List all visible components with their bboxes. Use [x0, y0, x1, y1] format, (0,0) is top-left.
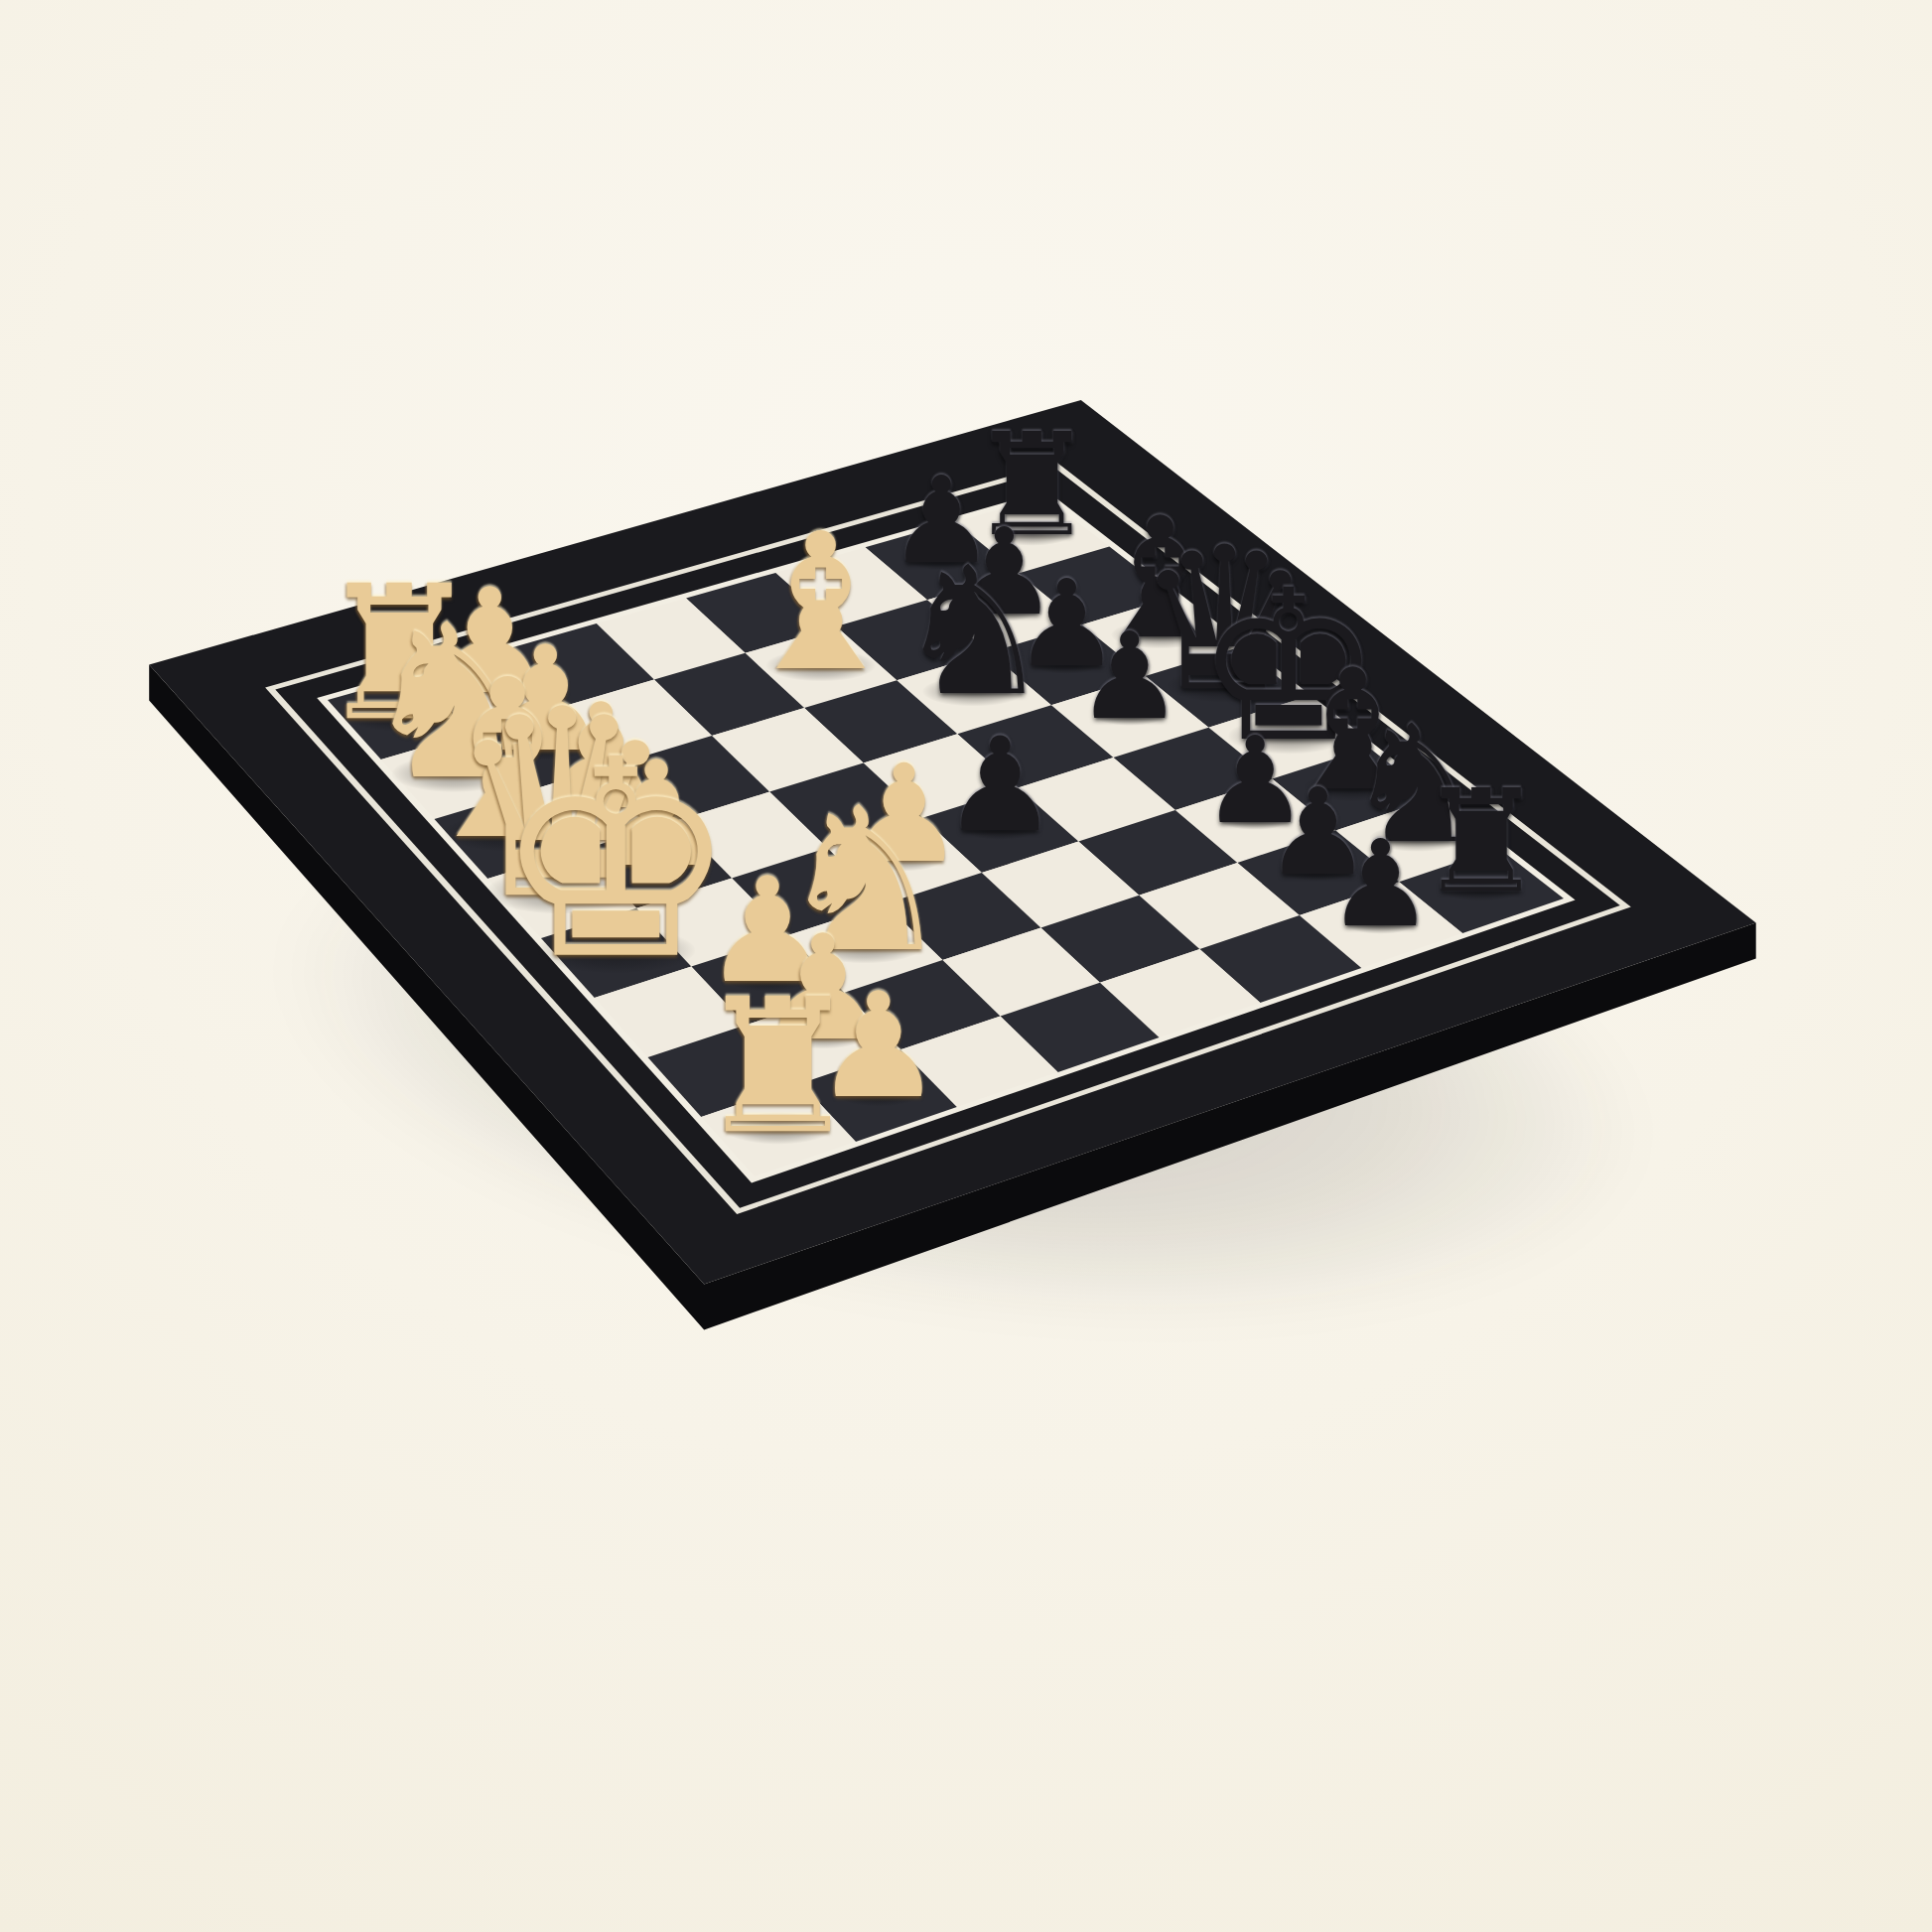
knight-glyph: ♞	[895, 544, 1053, 721]
pawn-glyph: ♟	[1076, 617, 1183, 736]
chess-board-photo: ♜♟♟♝♟♝♛♟♞♟♜♚♟♞♝♟♟♟♝♞♟♟♟♜♛♟♞♚♟♟♟♜	[0, 0, 1932, 1932]
bishop-glyph: ♝	[736, 508, 905, 697]
rook-glyph: ♜	[1418, 771, 1545, 913]
pawn-glyph: ♟	[1327, 824, 1435, 943]
rook-glyph: ♜	[695, 974, 862, 1160]
